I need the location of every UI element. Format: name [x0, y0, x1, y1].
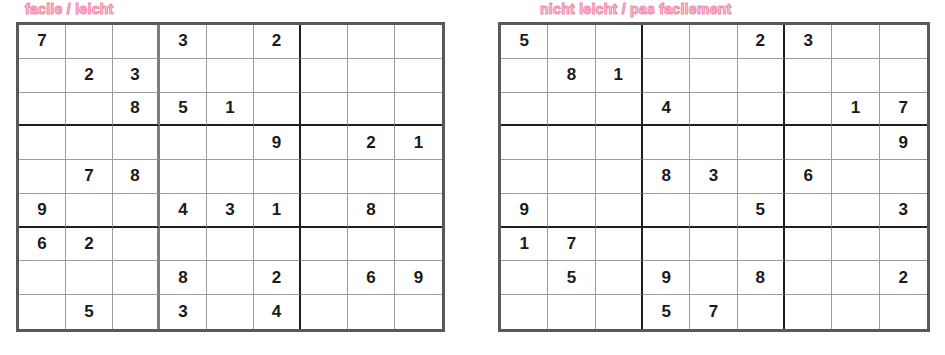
cell-r5c4: 8 [643, 160, 690, 194]
cell-r2c8 [832, 59, 879, 93]
cell-r9c7 [785, 295, 832, 329]
cell-r3c1 [501, 93, 548, 127]
cell-r6c3 [596, 194, 643, 228]
sudoku-page: facile / leicht nicht leicht / pas facil… [0, 0, 945, 355]
cell-r9c1 [501, 295, 548, 329]
cell-r2c7 [301, 59, 348, 93]
cell-r9c4: 3 [160, 295, 207, 329]
cell-r4c8: 2 [348, 126, 395, 160]
cell-r3c7 [785, 93, 832, 127]
cell-r6c3 [113, 194, 160, 228]
cell-r5c4 [160, 160, 207, 194]
cell-r1c6: 2 [738, 25, 785, 59]
cell-r6c4: 4 [160, 194, 207, 228]
cell-r6c5: 3 [207, 194, 254, 228]
cell-r4c1 [19, 126, 66, 160]
cell-r1c4: 3 [160, 25, 207, 59]
cell-r5c6 [738, 160, 785, 194]
cell-r3c9: 7 [880, 93, 927, 127]
cell-r9c6: 4 [254, 295, 301, 329]
cell-r3c6 [254, 93, 301, 127]
cell-r7c3 [113, 228, 160, 262]
cell-r6c2 [548, 194, 595, 228]
cell-r1c6: 2 [254, 25, 301, 59]
cell-r2c5 [207, 59, 254, 93]
cell-r2c1 [19, 59, 66, 93]
cell-r7c9 [880, 228, 927, 262]
sudoku-grid-easy: 732238519217894318628269534 [16, 22, 445, 332]
cell-r3c7 [301, 93, 348, 127]
cell-r7c9 [395, 228, 442, 262]
cell-r3c4: 5 [160, 93, 207, 127]
cell-r1c7: 3 [785, 25, 832, 59]
cell-r8c5 [207, 261, 254, 295]
cell-r5c1 [501, 160, 548, 194]
cell-r2c2: 8 [548, 59, 595, 93]
cell-r5c7: 6 [785, 160, 832, 194]
cell-r2c1 [501, 59, 548, 93]
cell-r7c6 [254, 228, 301, 262]
puzzle-title-easy: facile / leicht [25, 1, 114, 19]
cell-r6c7 [785, 194, 832, 228]
cell-r9c3 [596, 295, 643, 329]
cell-r8c1 [19, 261, 66, 295]
cell-r5c1 [19, 160, 66, 194]
cell-r4c3 [596, 126, 643, 160]
cell-r6c6: 5 [738, 194, 785, 228]
cell-r2c2: 2 [66, 59, 113, 93]
cell-r6c9 [395, 194, 442, 228]
cell-r5c5: 3 [690, 160, 737, 194]
cell-r5c9 [395, 160, 442, 194]
cell-r4c5 [207, 126, 254, 160]
cell-r1c8 [348, 25, 395, 59]
cell-r5c8 [832, 160, 879, 194]
cell-r6c8 [832, 194, 879, 228]
cell-r7c2: 7 [548, 228, 595, 262]
cell-r8c8: 6 [348, 261, 395, 295]
cell-r4c7 [785, 126, 832, 160]
cell-r1c9 [880, 25, 927, 59]
cell-r7c4 [643, 228, 690, 262]
cell-r7c5 [207, 228, 254, 262]
cell-r8c9: 2 [880, 261, 927, 295]
cell-r7c2: 2 [66, 228, 113, 262]
cell-r4c9: 9 [880, 126, 927, 160]
cell-r2c3: 1 [596, 59, 643, 93]
cell-r3c5: 1 [207, 93, 254, 127]
cell-r4c3 [113, 126, 160, 160]
cell-r9c5: 7 [690, 295, 737, 329]
cell-r8c4: 9 [643, 261, 690, 295]
cell-r1c5 [207, 25, 254, 59]
cell-r6c1: 9 [19, 194, 66, 228]
cell-r7c7 [785, 228, 832, 262]
cell-r9c9 [395, 295, 442, 329]
cell-r4c4 [160, 126, 207, 160]
cell-r1c3 [596, 25, 643, 59]
cell-r2c6 [738, 59, 785, 93]
cell-r1c5 [690, 25, 737, 59]
cell-r8c4: 8 [160, 261, 207, 295]
puzzle-title-hard: nicht leicht / pas facilement [540, 1, 732, 19]
cell-r5c8 [348, 160, 395, 194]
cell-r5c3: 8 [113, 160, 160, 194]
cell-r2c4 [160, 59, 207, 93]
cell-r8c8 [832, 261, 879, 295]
cell-r5c5 [207, 160, 254, 194]
cell-r5c2 [548, 160, 595, 194]
cell-r9c2: 5 [66, 295, 113, 329]
cell-r7c7 [301, 228, 348, 262]
cell-r3c5 [690, 93, 737, 127]
cell-r1c1: 5 [501, 25, 548, 59]
cell-r6c7 [301, 194, 348, 228]
cell-r6c8: 8 [348, 194, 395, 228]
cell-r3c3 [596, 93, 643, 127]
cell-r4c6: 9 [254, 126, 301, 160]
cell-r3c2 [548, 93, 595, 127]
cell-r1c7 [301, 25, 348, 59]
cell-r4c9: 1 [395, 126, 442, 160]
cell-r8c7 [785, 261, 832, 295]
cell-r3c6 [738, 93, 785, 127]
cell-r8c3 [113, 261, 160, 295]
cell-r2c4 [643, 59, 690, 93]
cell-r9c1 [19, 295, 66, 329]
cell-r6c4 [643, 194, 690, 228]
cell-r8c7 [301, 261, 348, 295]
cell-r2c3: 3 [113, 59, 160, 93]
cell-r9c4: 5 [643, 295, 690, 329]
cell-r9c9 [880, 295, 927, 329]
cell-r2c9 [880, 59, 927, 93]
cell-r9c8 [348, 295, 395, 329]
cell-r8c3 [596, 261, 643, 295]
cell-r5c3 [596, 160, 643, 194]
cell-r7c4 [160, 228, 207, 262]
cell-r8c1 [501, 261, 548, 295]
cell-r4c5 [690, 126, 737, 160]
cell-r8c5 [690, 261, 737, 295]
cell-r3c8: 1 [832, 93, 879, 127]
cell-r2c5 [690, 59, 737, 93]
cell-r3c1 [19, 93, 66, 127]
cell-r6c2 [66, 194, 113, 228]
cell-r5c7 [301, 160, 348, 194]
cell-r7c8 [348, 228, 395, 262]
cell-r3c9 [395, 93, 442, 127]
cell-r1c1: 7 [19, 25, 66, 59]
cell-r5c6 [254, 160, 301, 194]
cell-r4c4 [643, 126, 690, 160]
cell-r4c7 [301, 126, 348, 160]
cell-r7c8 [832, 228, 879, 262]
cell-r4c6 [738, 126, 785, 160]
cell-r2c6 [254, 59, 301, 93]
cell-r3c3: 8 [113, 93, 160, 127]
cell-r8c2 [66, 261, 113, 295]
cell-r1c8 [832, 25, 879, 59]
cell-r6c5 [690, 194, 737, 228]
cell-r3c4: 4 [643, 93, 690, 127]
cell-r8c6: 2 [254, 261, 301, 295]
cell-r1c2 [66, 25, 113, 59]
cell-r1c4 [643, 25, 690, 59]
cell-r7c3 [596, 228, 643, 262]
cell-r8c6: 8 [738, 261, 785, 295]
cell-r6c1: 9 [501, 194, 548, 228]
cell-r9c5 [207, 295, 254, 329]
cell-r1c2 [548, 25, 595, 59]
cell-r4c2 [66, 126, 113, 160]
cell-r4c8 [832, 126, 879, 160]
cell-r2c7 [785, 59, 832, 93]
cell-r2c8 [348, 59, 395, 93]
cell-r4c1 [501, 126, 548, 160]
cell-r1c9 [395, 25, 442, 59]
cell-r8c2: 5 [548, 261, 595, 295]
cell-r9c2 [548, 295, 595, 329]
cell-r2c9 [395, 59, 442, 93]
cell-r3c8 [348, 93, 395, 127]
cell-r6c6: 1 [254, 194, 301, 228]
cell-r9c3 [113, 295, 160, 329]
cell-r5c9 [880, 160, 927, 194]
cell-r1c3 [113, 25, 160, 59]
cell-r4c2 [548, 126, 595, 160]
cell-r9c8 [832, 295, 879, 329]
sudoku-grid-hard: 52381417983695317598257 [498, 22, 930, 332]
cell-r7c6 [738, 228, 785, 262]
cell-r7c1: 1 [501, 228, 548, 262]
cell-r8c9: 9 [395, 261, 442, 295]
cell-r5c2: 7 [66, 160, 113, 194]
cell-r7c5 [690, 228, 737, 262]
cell-r6c9: 3 [880, 194, 927, 228]
cell-r9c7 [301, 295, 348, 329]
cell-r3c2 [66, 93, 113, 127]
cell-r7c1: 6 [19, 228, 66, 262]
cell-r9c6 [738, 295, 785, 329]
